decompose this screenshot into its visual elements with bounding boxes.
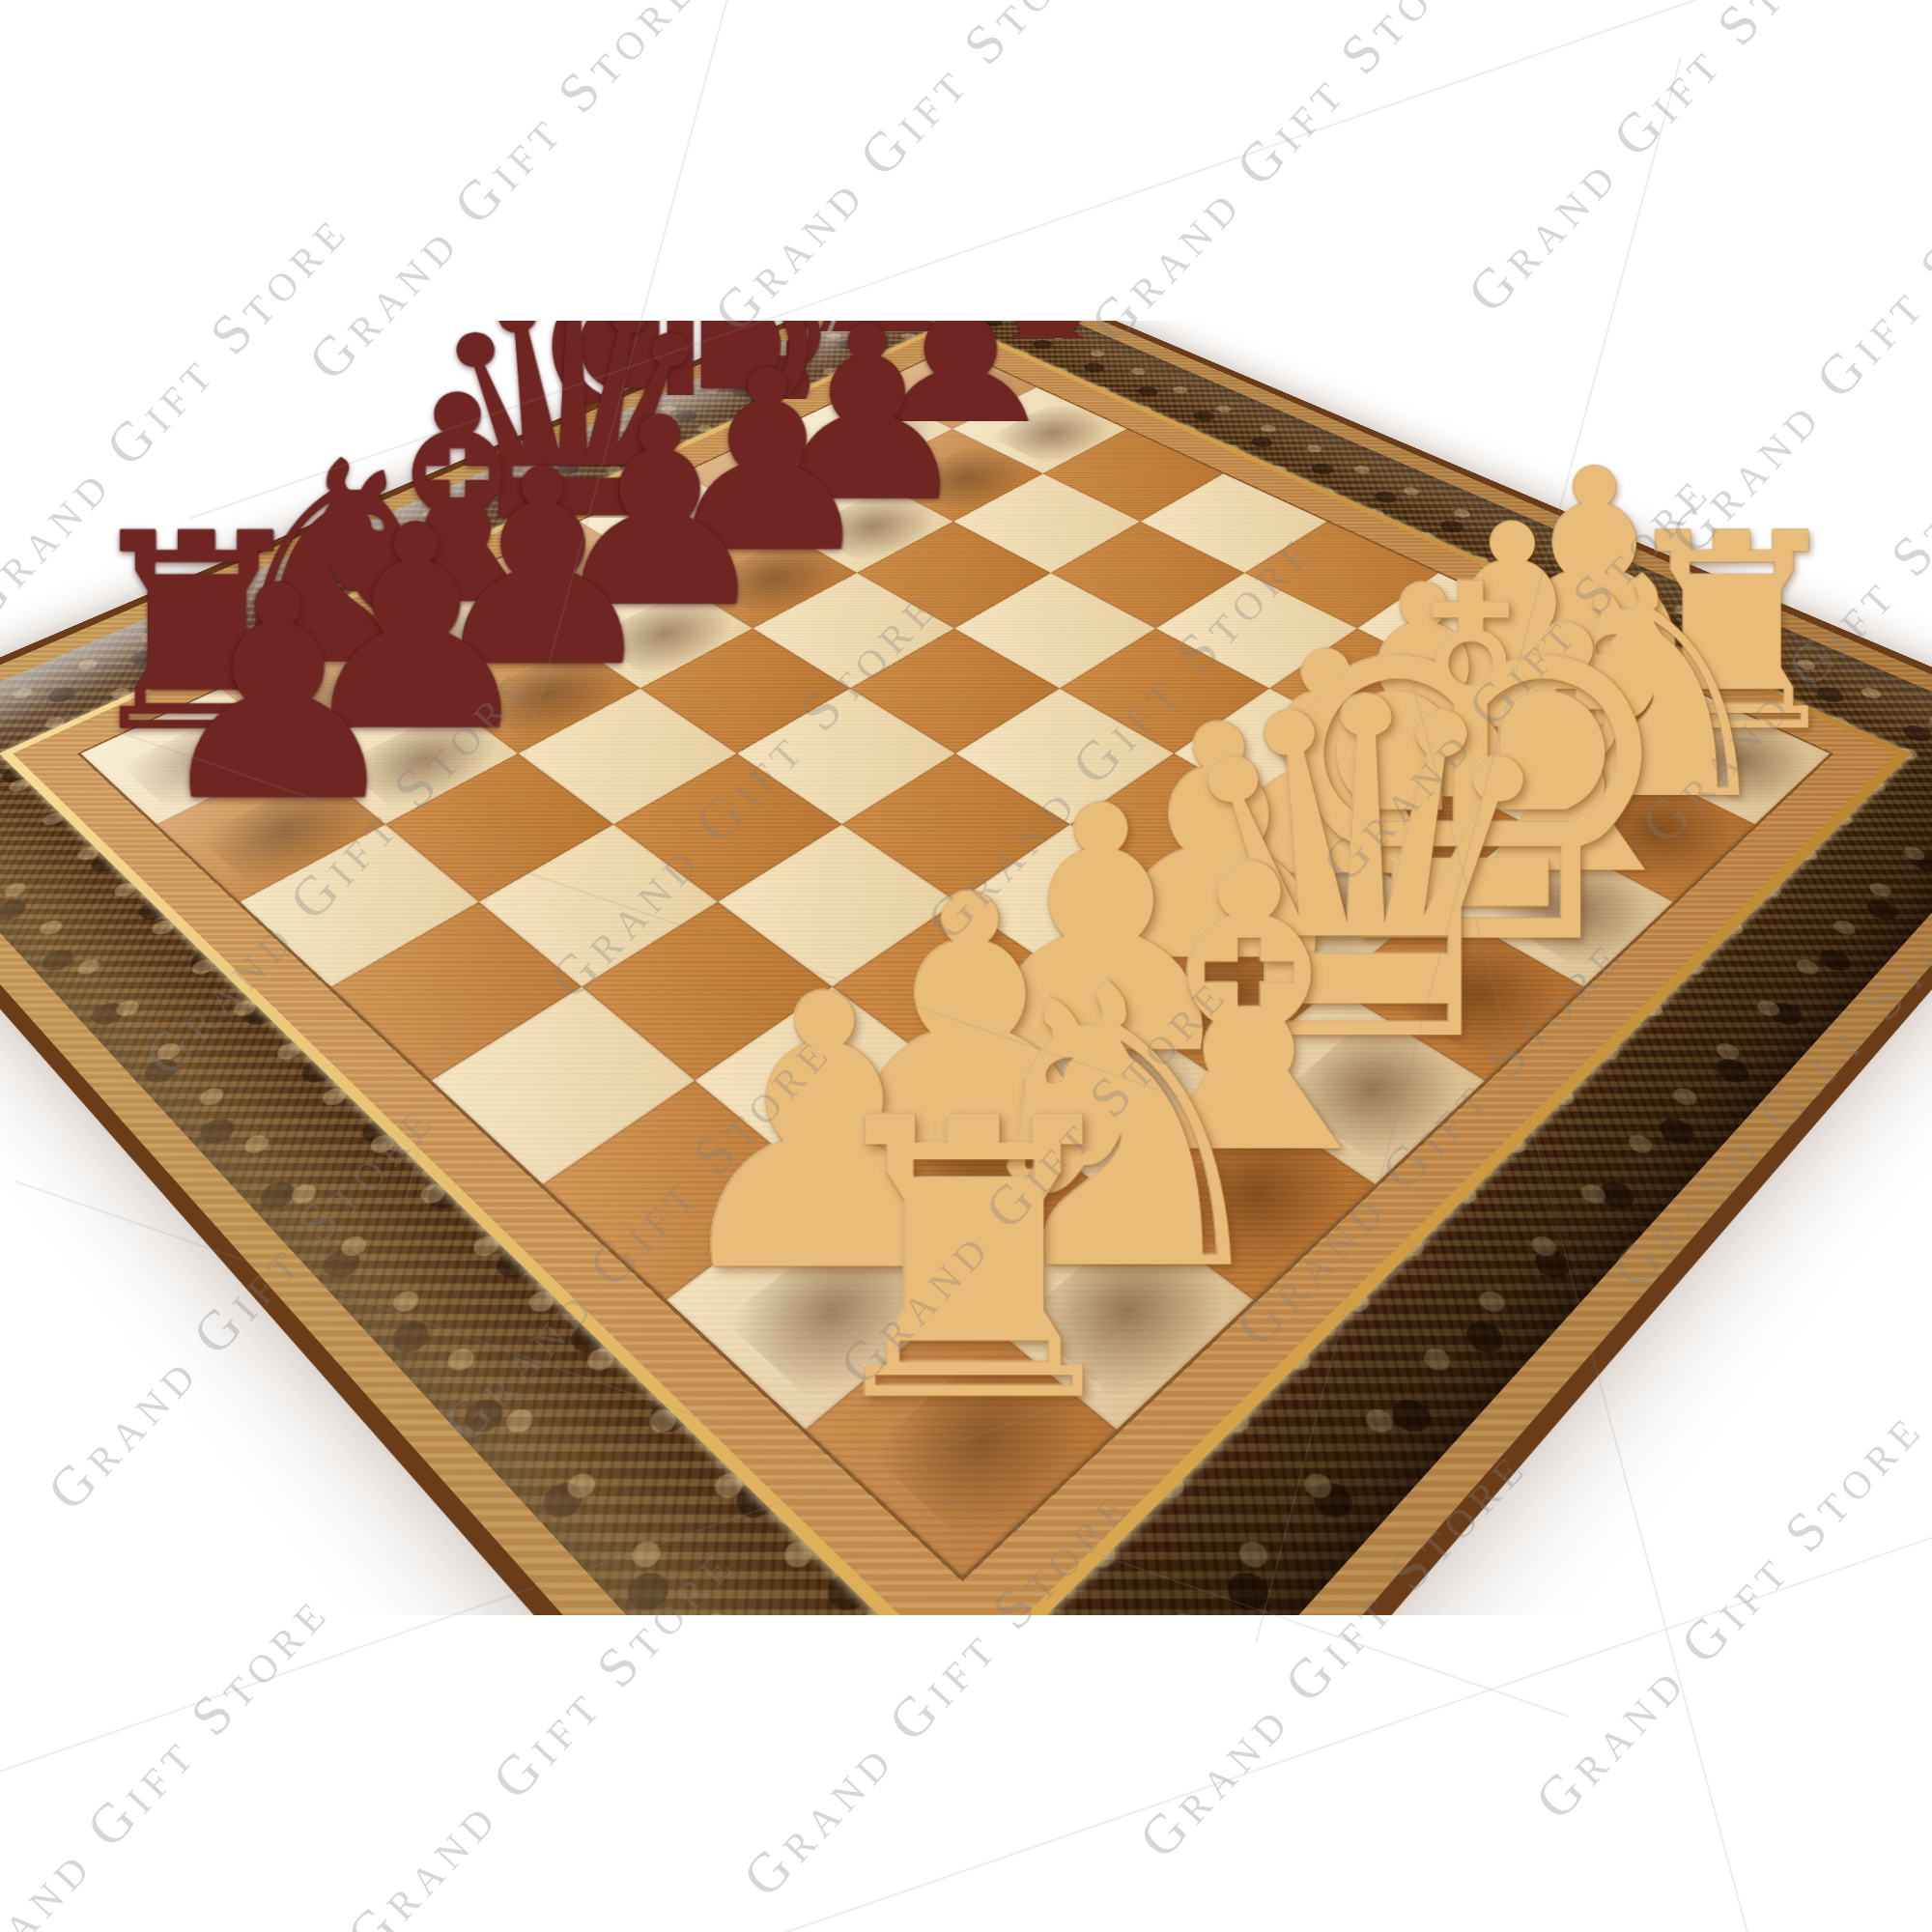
watermark-text-3: Grand Gift Store	[1078, 0, 1492, 355]
watermark-text-2: Grand Gift Store	[701, 0, 1116, 345]
product-photo-canvas: ♜♞♝♛♚♝♞♜♟♟♟♟♟♟♟♟♟♟♟♟♟♟♟♟♜♞♝♛♚♝♞♜ Grand G…	[0, 0, 1932, 1932]
piece-black-pawn-a7[interactable]: ♟	[146, 560, 409, 831]
watermark-text-4: Grand Gift Store	[1455, 0, 1869, 326]
photo-area: ♜♞♝♛♚♝♞♜♟♟♟♟♟♟♟♟♟♟♟♟♟♟♟♟♜♞♝♛♚♝♞♜	[0, 321, 1932, 1615]
piece-white-rook-a1[interactable]: ♜	[801, 1085, 1148, 1440]
chess-table: ♜♞♝♛♚♝♞♜♟♟♟♟♟♟♟♟♟♟♟♟♟♟♟♟♜♞♝♛♚♝♞♜	[0, 321, 1932, 1615]
watermark-text-20: Grand Gift Store	[0, 1577, 342, 1932]
